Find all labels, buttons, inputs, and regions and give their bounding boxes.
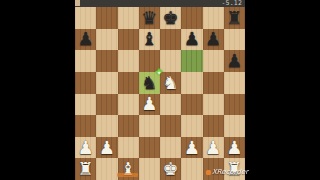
square-e8[interactable]: ♚ — [160, 7, 181, 29]
piece-white-pawn[interactable]: ♟ — [184, 139, 200, 157]
piece-white-knight[interactable]: ♞ — [163, 74, 179, 92]
evaluation-score: -5.12 — [221, 0, 242, 7]
square-h6[interactable]: ♟ — [224, 50, 245, 72]
square-b7[interactable] — [96, 29, 117, 51]
square-c6[interactable] — [118, 50, 139, 72]
square-e6[interactable] — [160, 50, 181, 72]
square-d4[interactable]: ♟ — [139, 94, 160, 116]
piece-white-rook[interactable]: ♜ — [78, 160, 94, 178]
square-g5[interactable] — [203, 72, 224, 94]
piece-black-pawn[interactable]: ♟ — [184, 30, 200, 48]
square-e4[interactable] — [160, 94, 181, 116]
square-b5[interactable] — [96, 72, 117, 94]
square-h3[interactable] — [224, 115, 245, 137]
square-e1[interactable]: ♚ — [160, 158, 181, 180]
square-g4[interactable] — [203, 94, 224, 116]
square-c3[interactable] — [118, 115, 139, 137]
square-e5[interactable]: ♞ — [160, 72, 181, 94]
square-b1[interactable] — [96, 158, 117, 180]
square-d5[interactable]: ♞ — [139, 72, 160, 94]
square-e2[interactable] — [160, 137, 181, 159]
piece-white-pawn[interactable]: ♟ — [205, 139, 221, 157]
square-e7[interactable] — [160, 29, 181, 51]
square-b8[interactable] — [96, 7, 117, 29]
small-watermark — [117, 173, 138, 177]
square-f1[interactable] — [181, 158, 202, 180]
square-f8[interactable] — [181, 7, 202, 29]
square-b2[interactable]: ♟ — [96, 137, 117, 159]
square-h2[interactable]: ♟ — [224, 137, 245, 159]
square-a1[interactable]: ♜ — [75, 158, 96, 180]
square-f3[interactable] — [181, 115, 202, 137]
piece-black-king[interactable]: ♚ — [163, 9, 179, 27]
square-g2[interactable]: ♟ — [203, 137, 224, 159]
xrecorder-watermark-text: XRecorder — [212, 168, 248, 176]
square-a4[interactable] — [75, 94, 96, 116]
square-b3[interactable] — [96, 115, 117, 137]
piece-black-rook[interactable]: ♜ — [226, 9, 242, 27]
piece-black-bishop[interactable]: ♝ — [141, 30, 157, 48]
square-f6[interactable] — [181, 50, 202, 72]
square-c4[interactable] — [118, 94, 139, 116]
square-h7[interactable] — [224, 29, 245, 51]
square-f5[interactable] — [181, 72, 202, 94]
square-g7[interactable]: ♟ — [203, 29, 224, 51]
square-a5[interactable] — [75, 72, 96, 94]
square-h5[interactable] — [224, 72, 245, 94]
square-f7[interactable]: ♟ — [181, 29, 202, 51]
square-b6[interactable] — [96, 50, 117, 72]
square-d3[interactable] — [139, 115, 160, 137]
piece-white-pawn[interactable]: ♟ — [141, 95, 157, 113]
square-h8[interactable]: ♜ — [224, 7, 245, 29]
square-c8[interactable] — [118, 7, 139, 29]
xrecorder-watermark: XRecorder — [206, 168, 248, 176]
piece-white-king[interactable]: ♚ — [163, 160, 179, 178]
xrecorder-logo-icon — [206, 170, 211, 175]
piece-black-queen[interactable]: ♛ — [141, 9, 157, 27]
square-d7[interactable]: ♝ — [139, 29, 160, 51]
board-corner-notch — [75, 0, 80, 6]
piece-white-pawn[interactable]: ♟ — [78, 139, 94, 157]
square-a2[interactable]: ♟ — [75, 137, 96, 159]
piece-black-pawn[interactable]: ♟ — [78, 30, 94, 48]
app-screen: -5.12 ♛♚♜♟♝♟♟♟♞♞♟♟♟♟♟♟♜♝♚♜ ✦ ✦ XRecorder — [0, 0, 320, 180]
square-a7[interactable]: ♟ — [75, 29, 96, 51]
square-b4[interactable] — [96, 94, 117, 116]
square-g3[interactable] — [203, 115, 224, 137]
square-d2[interactable] — [139, 137, 160, 159]
chess-board[interactable]: ♛♚♜♟♝♟♟♟♞♞♟♟♟♟♟♟♜♝♚♜ — [75, 7, 245, 180]
evaluation-bar: -5.12 — [75, 0, 245, 7]
square-g6[interactable] — [203, 50, 224, 72]
square-e3[interactable] — [160, 115, 181, 137]
square-g8[interactable] — [203, 7, 224, 29]
piece-black-pawn[interactable]: ♟ — [205, 30, 221, 48]
square-d1[interactable] — [139, 158, 160, 180]
square-f2[interactable]: ♟ — [181, 137, 202, 159]
square-c7[interactable] — [118, 29, 139, 51]
square-c5[interactable] — [118, 72, 139, 94]
piece-white-pawn[interactable]: ♟ — [226, 139, 242, 157]
square-d6[interactable] — [139, 50, 160, 72]
square-a3[interactable] — [75, 115, 96, 137]
piece-white-pawn[interactable]: ♟ — [99, 139, 115, 157]
piece-black-knight[interactable]: ♞ — [141, 74, 157, 92]
piece-black-pawn[interactable]: ♟ — [226, 52, 242, 70]
square-a6[interactable] — [75, 50, 96, 72]
square-a8[interactable] — [75, 7, 96, 29]
square-f4[interactable] — [181, 94, 202, 116]
square-d8[interactable]: ♛ — [139, 7, 160, 29]
square-h4[interactable] — [224, 94, 245, 116]
square-c2[interactable] — [118, 137, 139, 159]
